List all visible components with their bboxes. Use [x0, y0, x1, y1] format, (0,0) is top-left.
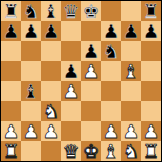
white-queen-piece[interactable]: ♛ — [62, 141, 79, 161]
square-a4[interactable] — [1, 81, 21, 101]
square-g6[interactable] — [121, 41, 141, 61]
black-pawn-piece[interactable]: ♟ — [122, 21, 139, 41]
square-g2[interactable]: ♟ — [121, 121, 141, 141]
square-g7[interactable]: ♟ — [121, 21, 141, 41]
square-a2[interactable]: ♟ — [1, 121, 21, 141]
square-h4[interactable] — [141, 81, 161, 101]
white-king-piece[interactable]: ♚ — [82, 141, 99, 161]
white-rook-piece[interactable]: ♜ — [2, 141, 19, 161]
white-pawn-piece[interactable]: ♟ — [142, 121, 159, 141]
black-bishop-piece[interactable]: ♝ — [42, 1, 59, 21]
square-c4[interactable] — [41, 81, 61, 101]
square-e6[interactable]: ♟ — [81, 41, 101, 61]
square-g1[interactable]: ♞ — [121, 141, 141, 161]
square-c3[interactable]: ♞ — [41, 101, 61, 121]
square-d3[interactable] — [61, 101, 81, 121]
square-h2[interactable]: ♟ — [141, 121, 161, 141]
black-pawn-piece[interactable]: ♟ — [62, 61, 79, 81]
white-pawn-piece[interactable]: ♟ — [22, 121, 39, 141]
white-rook-piece[interactable]: ♜ — [142, 141, 159, 161]
black-knight-piece[interactable]: ♞ — [22, 1, 39, 21]
white-pawn-piece[interactable]: ♟ — [122, 121, 139, 141]
square-b3[interactable] — [21, 101, 41, 121]
black-rook-piece[interactable]: ♜ — [2, 1, 19, 21]
white-bishop-piece[interactable]: ♝ — [102, 141, 119, 161]
white-pawn-piece[interactable]: ♟ — [42, 121, 59, 141]
square-h6[interactable] — [141, 41, 161, 61]
square-d7[interactable] — [61, 21, 81, 41]
square-d1[interactable]: ♛ — [61, 141, 81, 161]
black-knight-piece[interactable]: ♞ — [102, 41, 119, 61]
white-pawn-piece[interactable]: ♟ — [2, 121, 19, 141]
black-pawn-piece[interactable]: ♟ — [22, 21, 39, 41]
square-e5[interactable]: ♟ — [81, 61, 101, 81]
square-e7[interactable] — [81, 21, 101, 41]
black-pawn-piece[interactable]: ♟ — [82, 41, 99, 61]
square-g4[interactable] — [121, 81, 141, 101]
square-b4[interactable]: ♝ — [21, 81, 41, 101]
square-b1[interactable] — [21, 141, 41, 161]
square-c2[interactable]: ♟ — [41, 121, 61, 141]
square-e8[interactable]: ♚ — [81, 1, 101, 21]
chess-board: ♜♞♝♛♚♜♟♟♟♟♟♟♟♞♟♟♝♝♟♞♟♟♟♟♟♟♜♛♚♝♞♜ — [0, 0, 162, 162]
square-c7[interactable]: ♟ — [41, 21, 61, 41]
square-d2[interactable] — [61, 121, 81, 141]
black-bishop-piece[interactable]: ♝ — [22, 81, 39, 101]
square-h7[interactable]: ♟ — [141, 21, 161, 41]
square-e4[interactable] — [81, 81, 101, 101]
black-king-piece[interactable]: ♚ — [82, 1, 99, 21]
square-b5[interactable] — [21, 61, 41, 81]
black-pawn-piece[interactable]: ♟ — [102, 21, 119, 41]
square-f2[interactable]: ♟ — [101, 121, 121, 141]
square-d8[interactable]: ♛ — [61, 1, 81, 21]
white-bishop-piece[interactable]: ♝ — [122, 61, 139, 81]
square-a3[interactable] — [1, 101, 21, 121]
black-pawn-piece[interactable]: ♟ — [2, 21, 19, 41]
white-knight-piece[interactable]: ♞ — [42, 101, 59, 121]
square-g8[interactable] — [121, 1, 141, 21]
square-d4[interactable]: ♟ — [61, 81, 81, 101]
square-f6[interactable]: ♞ — [101, 41, 121, 61]
square-f4[interactable] — [101, 81, 121, 101]
square-h5[interactable] — [141, 61, 161, 81]
square-a5[interactable] — [1, 61, 21, 81]
square-b8[interactable]: ♞ — [21, 1, 41, 21]
square-e2[interactable] — [81, 121, 101, 141]
square-h3[interactable] — [141, 101, 161, 121]
white-pawn-piece[interactable]: ♟ — [62, 81, 79, 101]
square-a8[interactable]: ♜ — [1, 1, 21, 21]
square-f7[interactable]: ♟ — [101, 21, 121, 41]
square-f5[interactable] — [101, 61, 121, 81]
square-e3[interactable] — [81, 101, 101, 121]
square-a7[interactable]: ♟ — [1, 21, 21, 41]
square-b7[interactable]: ♟ — [21, 21, 41, 41]
black-rook-piece[interactable]: ♜ — [142, 1, 159, 21]
white-pawn-piece[interactable]: ♟ — [102, 121, 119, 141]
square-c6[interactable] — [41, 41, 61, 61]
square-c1[interactable] — [41, 141, 61, 161]
square-f3[interactable] — [101, 101, 121, 121]
black-queen-piece[interactable]: ♛ — [62, 1, 79, 21]
square-e1[interactable]: ♚ — [81, 141, 101, 161]
square-b2[interactable]: ♟ — [21, 121, 41, 141]
square-b6[interactable] — [21, 41, 41, 61]
square-f1[interactable]: ♝ — [101, 141, 121, 161]
square-g3[interactable] — [121, 101, 141, 121]
black-pawn-piece[interactable]: ♟ — [42, 21, 59, 41]
square-d5[interactable]: ♟ — [61, 61, 81, 81]
square-f8[interactable] — [101, 1, 121, 21]
square-g5[interactable]: ♝ — [121, 61, 141, 81]
square-c8[interactable]: ♝ — [41, 1, 61, 21]
square-h8[interactable]: ♜ — [141, 1, 161, 21]
square-d6[interactable] — [61, 41, 81, 61]
white-pawn-piece[interactable]: ♟ — [82, 61, 99, 81]
square-a6[interactable] — [1, 41, 21, 61]
square-h1[interactable]: ♜ — [141, 141, 161, 161]
square-c5[interactable] — [41, 61, 61, 81]
square-a1[interactable]: ♜ — [1, 141, 21, 161]
white-knight-piece[interactable]: ♞ — [122, 141, 139, 161]
black-pawn-piece[interactable]: ♟ — [142, 21, 159, 41]
